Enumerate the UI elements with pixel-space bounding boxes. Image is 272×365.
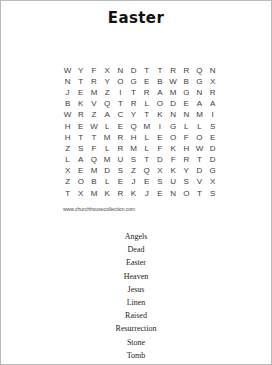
grid-cell: K [167,166,180,177]
grid-cell: K [167,143,180,154]
word-list-item: Stone [1,336,271,349]
word-list-item: Raised [1,309,271,322]
grid-cell: X [101,65,114,76]
grid-cell: O [74,177,87,188]
grid-cell: K [153,110,166,121]
grid-cell: F [153,143,166,154]
grid-cell: E [74,166,87,177]
grid-cell: E [180,99,193,110]
grid-cell: S [153,177,166,188]
grid-cell: W [167,76,180,87]
grid-cell: F [87,143,100,154]
grid-cell: R [114,188,127,199]
grid-cell: T [74,132,87,143]
grid-cell: S [127,155,140,166]
grid-cell: B [87,177,100,188]
grid-cell: S [180,177,193,188]
grid-cell: Y [127,110,140,121]
grid-cell: M [140,121,153,132]
grid-cell: N [193,87,206,98]
grid-cell: L [180,121,193,132]
grid-cell: L [101,177,114,188]
word-list-item: Tomb [1,349,271,362]
grid-cell: N [206,65,219,76]
word-list-item: Linen [1,296,271,309]
grid-cell: N [180,110,193,121]
grid-cell: M [193,110,206,121]
grid-cell: N [167,110,180,121]
grid-cell: X [206,177,219,188]
grid-cell: N [167,188,180,199]
grid-cell: E [206,132,219,143]
grid-cell: J [127,177,140,188]
grid-cell: E [140,177,153,188]
grid-cell: Y [101,76,114,87]
grid-cell: T [74,76,87,87]
grid-cell: E [114,121,127,132]
grid-cell: A [206,99,219,110]
grid-cell: R [180,155,193,166]
grid-cell: M [87,166,100,177]
grid-cell: L [101,143,114,154]
grid-cell: Z [101,87,114,98]
grid-cell: E [74,87,87,98]
grid-cell: S [74,143,87,154]
grid-cell: L [140,132,153,143]
grid-cell: I [206,110,219,121]
grid-cell: Z [127,166,140,177]
grid-cell: L [61,155,74,166]
grid-cell: R [114,132,127,143]
grid-cell: T [140,155,153,166]
grid-cell: R [180,65,193,76]
grid-cell: K [74,99,87,110]
grid-cell: X [153,166,166,177]
grid-cell: K [101,188,114,199]
grid-cell: U [114,155,127,166]
word-list-item: Jesus [1,283,271,296]
grid-cell: Q [140,166,153,177]
grid-cell: A [101,110,114,121]
grid-cell: R [167,65,180,76]
grid-cell: F [87,65,100,76]
word-list-item: Easter [1,256,271,269]
grid-cell: X [206,76,219,87]
grid-cell: M [127,143,140,154]
grid-cell: S [206,188,219,199]
grid-cell: T [87,132,100,143]
grid-cell: R [127,99,140,110]
grid-cell: Q [101,99,114,110]
grid-cell: Y [74,65,87,76]
grid-cell: T [153,65,166,76]
grid-cell: V [87,99,100,110]
grid-cell: X [74,188,87,199]
grid-cell: Z [61,177,74,188]
grid-cell: E [140,76,153,87]
grid-cell: M [167,87,180,98]
grid-cell: H [61,121,74,132]
grid-cell: F [167,155,180,166]
grid-cell: D [193,166,206,177]
grid-cell: Z [61,143,74,154]
grid-cell: E [153,188,166,199]
grid-cell: E [74,121,87,132]
grid-cell: B [61,99,74,110]
grid-cell: Q [127,121,140,132]
grid-cell: R [206,87,219,98]
grid-cell: I [114,87,127,98]
grid-cell: L [140,99,153,110]
grid-cell: R [140,87,153,98]
grid-cell: H [180,143,193,154]
grid-cell: B [180,76,193,87]
grid-cell: F [180,132,193,143]
grid-cell: S [206,121,219,132]
grid-cell: W [61,65,74,76]
grid-cell: T [114,99,127,110]
puzzle-title: Easter [1,9,271,27]
grid-cell: C [114,110,127,121]
grid-cell: E [114,177,127,188]
grid-cell: O [114,76,127,87]
grid-cell: R [87,76,100,87]
grid-cell: Z [87,110,100,121]
grid-cell: M [87,87,100,98]
grid-cell: K [127,188,140,199]
grid-cell: H [127,132,140,143]
grid-cell: L [140,143,153,154]
grid-cell: D [206,143,219,154]
worksheet-page: Easter WYFXNDTTRRQNNTRYOGEBWBGXJEMZITRAM… [0,0,272,365]
grid-cell: W [61,110,74,121]
word-list: AngelsDeadEasterHeavenJesusLinenRaisedRe… [1,230,271,362]
grid-cell: R [114,143,127,154]
grid-cell: G [206,166,219,177]
word-list-item: Heaven [1,270,271,283]
grid-cell: T [61,188,74,199]
grid-cell: T [193,188,206,199]
grid-cell: W [87,121,100,132]
grid-cell: E [153,132,166,143]
grid-cell: H [61,132,74,143]
grid-cell: J [140,188,153,199]
grid-cell: M [101,132,114,143]
grid-cell: T [140,110,153,121]
source-url: www.churchhousecollection.com [63,206,135,212]
grid-cell: D [101,166,114,177]
grid-cell: W [193,143,206,154]
grid-cell: S [114,166,127,177]
grid-cell: D [167,99,180,110]
grid-cell: O [153,99,166,110]
grid-cell: L [101,121,114,132]
grid-cell: Y [180,166,193,177]
grid-cell: Q [193,65,206,76]
grid-cell: O [167,132,180,143]
grid-cell: R [74,110,87,121]
grid-cell: N [61,76,74,87]
grid-cell: T [127,87,140,98]
grid-cell: M [87,188,100,199]
grid-cell: J [61,87,74,98]
grid-cell: O [193,132,206,143]
grid-cell: X [61,166,74,177]
grid-cell: A [193,99,206,110]
grid-cell: G [127,76,140,87]
grid-cell: L [193,121,206,132]
grid-cell: G [167,121,180,132]
grid-cell: U [167,177,180,188]
grid-cell: T [140,65,153,76]
word-list-item: Resurrection [1,322,271,335]
grid-cell: I [153,121,166,132]
word-list-item: Dead [1,243,271,256]
grid-cell: D [153,155,166,166]
grid-cell: Q [87,155,100,166]
grid-cell: N [114,65,127,76]
grid-cell: V [193,177,206,188]
word-search-grid: WYFXNDTTRRQNNTRYOGEBWBGXJEMZITRAMGNRBKVQ… [61,65,219,199]
grid-cell: O [180,188,193,199]
word-list-item: Angels [1,230,271,243]
grid-cell: A [153,87,166,98]
grid-cell: B [153,76,166,87]
grid-cell: M [101,155,114,166]
grid-cell: D [127,65,140,76]
grid-cell: G [193,76,206,87]
grid-cell: G [180,87,193,98]
grid-cell: A [74,155,87,166]
grid-cell: T [193,155,206,166]
grid-cell: D [206,155,219,166]
